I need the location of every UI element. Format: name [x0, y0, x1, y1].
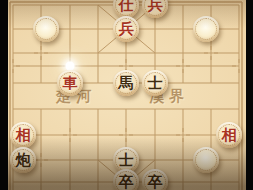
black-soldier[interactable]: 卒 — [142, 169, 168, 190]
red-chariot[interactable]: 車 — [57, 70, 83, 96]
xiangqi-board: 楚河 漢界 仕兵兵車馬士相相炮士卒卒 — [0, 0, 253, 190]
piece-character: 兵 — [119, 22, 134, 37]
black-soldier[interactable]: 卒 — [113, 169, 139, 190]
piece-character: 士 — [119, 153, 134, 168]
piece-character: 相 — [16, 128, 31, 143]
letterbox-left — [0, 0, 8, 190]
black-horse[interactable]: 馬 — [113, 70, 139, 96]
letterbox-right — [246, 0, 253, 190]
piece-character: 兵 — [148, 0, 163, 13]
covered-piece[interactable] — [193, 16, 219, 42]
covered-piece[interactable] — [33, 16, 59, 42]
piece-character: 卒 — [148, 175, 163, 190]
piece-character: 炮 — [16, 153, 31, 168]
piece-character: 仕 — [119, 0, 134, 13]
piece-character: 車 — [63, 76, 78, 91]
covered-piece[interactable] — [193, 147, 219, 173]
piece-character: 相 — [222, 128, 237, 143]
red-soldier[interactable]: 兵 — [113, 16, 139, 42]
red-elephant[interactable]: 相 — [216, 122, 242, 148]
black-cannon[interactable]: 炮 — [10, 147, 36, 173]
black-advisor[interactable]: 士 — [142, 70, 168, 96]
piece-character: 馬 — [119, 76, 134, 91]
piece-character: 卒 — [119, 175, 134, 190]
piece-character: 士 — [148, 76, 163, 91]
red-elephant[interactable]: 相 — [10, 122, 36, 148]
